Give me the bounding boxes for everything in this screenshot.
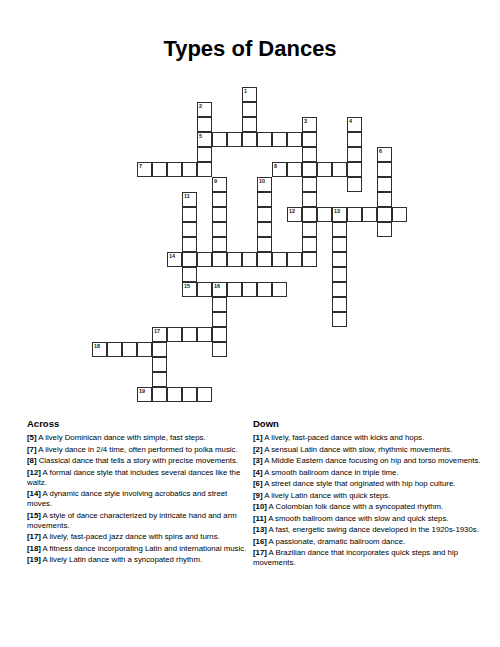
across-heading: Across (27, 418, 253, 429)
clue-item: [2] A sensual Latin dance with slow, rhy… (253, 445, 481, 455)
clue-number: 13 (334, 208, 340, 214)
grid-cell[interactable] (332, 312, 347, 327)
grid-cell[interactable]: 8 (272, 162, 287, 177)
grid-cell[interactable] (257, 252, 272, 267)
grid-cell[interactable] (377, 177, 392, 192)
grid-cell[interactable] (242, 102, 257, 117)
clue-number: 2 (199, 103, 202, 109)
clue-item: [12] A formal dance style that includes … (27, 468, 253, 488)
grid-cell[interactable]: 19 (137, 387, 152, 402)
grid-cell[interactable] (377, 207, 392, 222)
down-heading: Down (253, 418, 481, 429)
grid-cell[interactable] (287, 132, 302, 147)
clue-number: 18 (94, 343, 100, 349)
grid-cell[interactable] (332, 267, 347, 282)
grid-cell[interactable] (197, 117, 212, 132)
grid-cell[interactable]: 3 (302, 117, 317, 132)
grid-cell[interactable] (302, 147, 317, 162)
grid-cell[interactable] (302, 192, 317, 207)
grid-cell[interactable] (302, 132, 317, 147)
clue-number: 16 (214, 283, 220, 289)
grid-cell[interactable] (152, 357, 167, 372)
clue-number: 8 (274, 163, 277, 169)
grid-cell[interactable] (182, 237, 197, 252)
grid-cell[interactable] (302, 252, 317, 267)
grid-cell[interactable] (167, 162, 182, 177)
grid-cell[interactable] (197, 282, 212, 297)
grid-cell[interactable]: 12 (287, 207, 302, 222)
clue-number: 3 (304, 118, 307, 124)
grid-cell[interactable]: 15 (182, 282, 197, 297)
grid-cell[interactable] (377, 222, 392, 237)
clue-item: [18] A fitness dance incorporating Latin… (27, 544, 253, 554)
clue-number: 9 (214, 178, 217, 184)
clue-item: [19] A lively Latin dance with a syncopa… (27, 555, 253, 565)
grid-cell[interactable]: 6 (377, 147, 392, 162)
grid-cell[interactable] (302, 237, 317, 252)
clue-item-number: [2] (253, 445, 263, 454)
grid-cell[interactable] (212, 342, 227, 357)
grid-cell[interactable] (392, 207, 407, 222)
grid-cell[interactable]: 14 (167, 252, 182, 267)
grid-cell[interactable] (182, 327, 197, 342)
across-clue-list: [5] A lively Dominican dance with simple… (27, 433, 253, 565)
clue-item-number: [4] (253, 468, 263, 477)
clue-number: 19 (139, 388, 145, 394)
grid-cell[interactable]: 16 (212, 282, 227, 297)
grid-cell[interactable] (242, 117, 257, 132)
clue-number: 15 (184, 283, 190, 289)
clue-item-number: [9] (253, 491, 263, 500)
clue-item-number: [8] (27, 456, 37, 465)
clue-item: [15] A style of dance characterized by i… (27, 511, 253, 531)
clue-item: [3] A Middle Eastern dance focusing on h… (253, 456, 481, 466)
grid-cell[interactable] (152, 372, 167, 387)
clue-item: [5] A lively Dominican dance with simple… (27, 433, 253, 443)
clue-item-number: [16] (253, 537, 267, 546)
grid-cell[interactable] (197, 387, 212, 402)
grid-cell[interactable] (242, 282, 257, 297)
grid-cell[interactable] (182, 387, 197, 402)
grid-cell[interactable] (212, 207, 227, 222)
grid-cell[interactable] (302, 177, 317, 192)
clue-number: 12 (289, 208, 295, 214)
clue-item-number: [19] (27, 555, 41, 564)
clue-item: [17] A lively, fast-paced jazz dance wit… (27, 532, 253, 542)
grid-cell[interactable] (377, 162, 392, 177)
grid-cell[interactable] (242, 252, 257, 267)
grid-cell[interactable] (377, 192, 392, 207)
clue-number: 14 (169, 253, 175, 259)
grid-cell[interactable] (227, 282, 242, 297)
clue-item: [7] A lively dance in 2/4 time, often pe… (27, 445, 253, 455)
grid-cell[interactable]: 7 (137, 162, 152, 177)
clue-item-number: [18] (27, 544, 41, 553)
clue-item: [17] A Brazilian dance that incorporates… (253, 548, 481, 568)
grid-cell[interactable] (182, 252, 197, 267)
grid-cell[interactable]: 1 (242, 87, 257, 102)
grid-cell[interactable] (347, 147, 362, 162)
clue-item-number: [17] (27, 532, 41, 541)
grid-cell[interactable] (182, 162, 197, 177)
grid-cell[interactable] (257, 207, 272, 222)
puzzle-title: Types of Dances (0, 36, 500, 62)
clue-item-number: [6] (253, 479, 263, 488)
grid-cell[interactable] (347, 207, 362, 222)
clue-item: [9] A lively Latin dance with quick step… (253, 491, 481, 501)
grid-cell[interactable] (212, 237, 227, 252)
grid-cell[interactable] (197, 147, 212, 162)
grid-cell[interactable] (302, 162, 317, 177)
crossword-grid: 12345678910111213141516171819 (92, 87, 408, 403)
grid-cell[interactable] (257, 282, 272, 297)
grid-cell[interactable]: 9 (212, 177, 227, 192)
grid-cell[interactable]: 13 (332, 207, 347, 222)
clue-item: [1] A lively, fast-paced dance with kick… (253, 433, 481, 443)
grid-cell[interactable] (287, 252, 302, 267)
clue-item: [14] A dynamic dance style involving acr… (27, 489, 253, 509)
grid-cell[interactable] (182, 267, 197, 282)
clue-number: 1 (244, 88, 247, 94)
across-clues-section: Across [5] A lively Dominican dance with… (27, 418, 253, 567)
grid-cell[interactable] (212, 252, 227, 267)
crossword-page: { "title": "Types of Dances", "game": "c… (0, 0, 500, 647)
grid-cell[interactable] (227, 132, 242, 147)
grid-cell[interactable] (332, 282, 347, 297)
clue-number: 10 (259, 178, 265, 184)
grid-cell[interactable] (347, 177, 362, 192)
grid-cell[interactable]: 4 (347, 117, 362, 132)
grid-cell[interactable] (212, 192, 227, 207)
grid-cell[interactable] (272, 282, 287, 297)
grid-cell[interactable] (152, 387, 167, 402)
grid-cell[interactable] (272, 252, 287, 267)
clue-item-number: [17] (253, 548, 267, 557)
grid-cell[interactable] (317, 207, 332, 222)
grid-cell[interactable] (212, 297, 227, 312)
grid-cell[interactable] (212, 312, 227, 327)
grid-cell[interactable]: 5 (197, 132, 212, 147)
grid-cell[interactable] (362, 207, 377, 222)
grid-cell[interactable] (257, 132, 272, 147)
grid-cell[interactable] (242, 132, 257, 147)
clue-number: 5 (199, 133, 202, 139)
grid-cell[interactable] (167, 387, 182, 402)
clue-item: [6] A street dance style that originated… (253, 479, 481, 489)
grid-cell[interactable] (347, 132, 362, 147)
grid-cell[interactable] (182, 207, 197, 222)
grid-cell[interactable] (212, 132, 227, 147)
clue-number: 11 (184, 193, 190, 199)
clue-item: [13] A fast, energetic swing dance devel… (253, 525, 481, 535)
grid-cell[interactable] (332, 222, 347, 237)
grid-cell[interactable] (197, 162, 212, 177)
clue-item: [11] A smooth ballroom dance with slow a… (253, 514, 481, 524)
grid-cell[interactable]: 17 (152, 327, 167, 342)
grid-cell[interactable]: 11 (182, 192, 197, 207)
clue-item-number: [3] (253, 456, 263, 465)
grid-cell[interactable] (332, 162, 347, 177)
grid-cell[interactable] (152, 162, 167, 177)
grid-cell[interactable] (257, 222, 272, 237)
grid-cell[interactable] (272, 132, 287, 147)
grid-cell[interactable] (182, 222, 197, 237)
grid-cell[interactable] (197, 327, 212, 342)
grid-cell[interactable] (152, 342, 167, 357)
down-clue-list: [1] A lively, fast-paced dance with kick… (253, 433, 481, 568)
clue-item-number: [13] (253, 525, 267, 534)
clue-item-number: [15] (27, 511, 41, 520)
grid-cell[interactable] (317, 162, 332, 177)
clue-item: [10] A Colombian folk dance with a synco… (253, 502, 481, 512)
grid-cell[interactable] (107, 342, 122, 357)
grid-cell[interactable]: 18 (92, 342, 107, 357)
clue-item: [8] Classical dance that tells a story w… (27, 456, 253, 466)
grid-cell[interactable] (302, 222, 317, 237)
clue-item-number: [10] (253, 502, 267, 511)
grid-cell[interactable] (227, 252, 242, 267)
down-clues-section: Down [1] A lively, fast-paced dance with… (253, 418, 481, 570)
clue-item: [16] A passionate, dramatic ballroom dan… (253, 537, 481, 547)
clue-number: 17 (154, 328, 160, 334)
grid-cell[interactable] (332, 297, 347, 312)
grid-cell[interactable]: 2 (197, 102, 212, 117)
grid-cell[interactable] (212, 222, 227, 237)
grid-cell[interactable]: 10 (257, 177, 272, 192)
grid-cell[interactable] (167, 327, 182, 342)
grid-cell[interactable] (257, 192, 272, 207)
grid-cell[interactable] (332, 237, 347, 252)
grid-cell[interactable] (137, 342, 152, 357)
clue-item-number: [5] (27, 433, 37, 442)
grid-cell[interactable] (347, 162, 362, 177)
grid-cell[interactable] (212, 327, 227, 342)
clue-item-number: [14] (27, 489, 41, 498)
grid-cell[interactable] (257, 237, 272, 252)
clue-item-number: [12] (27, 468, 41, 477)
clue-item-number: [1] (253, 433, 263, 442)
clue-number: 7 (139, 163, 142, 169)
clue-item-number: [11] (253, 514, 266, 523)
grid-cell[interactable] (287, 162, 302, 177)
grid-cell[interactable] (302, 207, 317, 222)
clue-number: 4 (349, 118, 352, 124)
grid-cell[interactable] (122, 342, 137, 357)
clue-number: 6 (379, 148, 382, 154)
clue-item: [4] A smooth ballroom dance in triple ti… (253, 468, 481, 478)
grid-cell[interactable] (332, 252, 347, 267)
clue-item-number: [7] (27, 445, 37, 454)
grid-cell[interactable] (197, 252, 212, 267)
